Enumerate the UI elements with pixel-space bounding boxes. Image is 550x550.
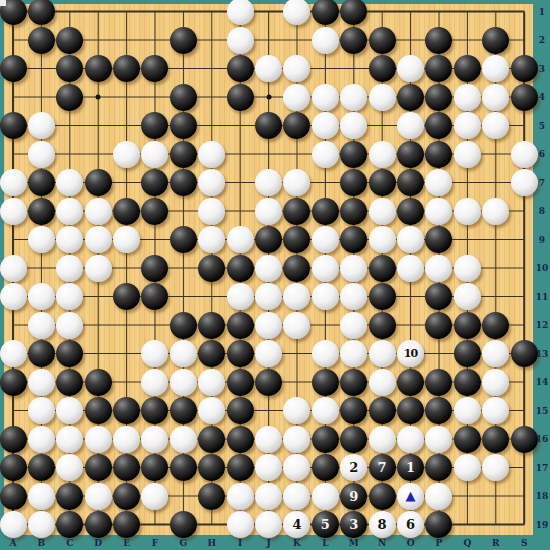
black-stone-E17[interactable] <box>113 454 140 481</box>
white-stone-C16[interactable] <box>56 426 83 453</box>
white-stone-N19[interactable]: 8 <box>369 511 396 538</box>
black-stone-N3[interactable] <box>369 55 396 82</box>
white-stone-L4[interactable] <box>312 84 339 111</box>
white-stone-R17[interactable] <box>482 454 509 481</box>
white-stone-M13[interactable] <box>340 340 367 367</box>
white-stone-L18[interactable] <box>312 483 339 510</box>
white-stone-J12[interactable] <box>255 312 282 339</box>
black-stone-F15[interactable] <box>141 397 168 424</box>
black-stone-N12[interactable] <box>369 312 396 339</box>
black-stone-K10[interactable] <box>283 255 310 282</box>
white-stone-L11[interactable] <box>312 283 339 310</box>
black-stone-E11[interactable] <box>113 283 140 310</box>
intersection-I16 <box>226 425 254 454</box>
intersection-O8 <box>396 197 424 226</box>
intersection-O17: 1 <box>396 453 424 482</box>
black-stone-D17[interactable] <box>85 454 112 481</box>
black-stone-H17[interactable] <box>198 454 225 481</box>
black-stone-F5[interactable] <box>141 112 168 139</box>
white-stone-K19[interactable]: 4 <box>283 511 310 538</box>
white-stone-B5[interactable] <box>28 112 55 139</box>
white-stone-O13[interactable]: 10 <box>397 340 424 367</box>
white-stone-A8[interactable] <box>0 198 27 225</box>
white-stone-K1[interactable] <box>283 0 310 25</box>
black-stone-C13[interactable] <box>56 340 83 367</box>
intersection-N10 <box>368 254 396 283</box>
white-stone-M11[interactable] <box>340 283 367 310</box>
intersection-H15 <box>198 396 226 425</box>
black-stone-S16[interactable] <box>511 426 538 453</box>
black-stone-C3[interactable] <box>56 55 83 82</box>
black-stone-O15[interactable] <box>397 397 424 424</box>
black-stone-I16[interactable] <box>227 426 254 453</box>
white-stone-Q5[interactable] <box>454 112 481 139</box>
black-stone-H10[interactable] <box>198 255 225 282</box>
white-stone-B18[interactable] <box>28 483 55 510</box>
white-stone-E9[interactable] <box>113 226 140 253</box>
move-number-label: 2 <box>349 461 358 474</box>
black-stone-C19[interactable] <box>56 511 83 538</box>
black-stone-C2[interactable] <box>56 27 83 54</box>
black-stone-H12[interactable] <box>198 312 225 339</box>
white-stone-K16[interactable] <box>283 426 310 453</box>
white-stone-H7[interactable] <box>198 169 225 196</box>
intersection-B8 <box>27 197 55 226</box>
black-stone-Q14[interactable] <box>454 369 481 396</box>
white-stone-C15[interactable] <box>56 397 83 424</box>
black-stone-E3[interactable] <box>113 55 140 82</box>
white-stone-C12[interactable] <box>56 312 83 339</box>
black-stone-G15[interactable] <box>170 397 197 424</box>
white-stone-Q8[interactable] <box>454 198 481 225</box>
white-stone-P16[interactable] <box>425 426 452 453</box>
white-stone-B12[interactable] <box>28 312 55 339</box>
black-stone-G17[interactable] <box>170 454 197 481</box>
white-stone-P10[interactable] <box>425 255 452 282</box>
black-stone-P17[interactable] <box>425 454 452 481</box>
stones-grid: 102719▲45386 <box>0 0 538 539</box>
white-stone-O10[interactable] <box>397 255 424 282</box>
intersection-G12 <box>169 311 197 340</box>
white-stone-G13[interactable] <box>170 340 197 367</box>
black-stone-P6[interactable] <box>425 141 452 168</box>
black-stone-I17[interactable] <box>227 454 254 481</box>
intersection-O10 <box>396 254 424 283</box>
white-stone-S7[interactable] <box>511 169 538 196</box>
white-stone-A19[interactable] <box>0 511 27 538</box>
black-stone-M8[interactable] <box>340 198 367 225</box>
white-stone-L5[interactable] <box>312 112 339 139</box>
white-stone-I11[interactable] <box>227 283 254 310</box>
white-stone-J18[interactable] <box>255 483 282 510</box>
white-stone-I2[interactable] <box>227 27 254 54</box>
black-stone-B8[interactable] <box>28 198 55 225</box>
white-stone-I1[interactable] <box>227 0 254 25</box>
black-stone-G19[interactable] <box>170 511 197 538</box>
white-stone-J19[interactable] <box>255 511 282 538</box>
white-stone-Q17[interactable] <box>454 454 481 481</box>
white-stone-R5[interactable] <box>482 112 509 139</box>
white-stone-K18[interactable] <box>283 483 310 510</box>
black-stone-M9[interactable] <box>340 226 367 253</box>
white-stone-R14[interactable] <box>482 369 509 396</box>
white-stone-M4[interactable] <box>340 84 367 111</box>
intersection-R2 <box>481 26 509 55</box>
white-stone-B16[interactable] <box>28 426 55 453</box>
black-stone-E18[interactable] <box>113 483 140 510</box>
black-stone-K8[interactable] <box>283 198 310 225</box>
white-stone-Q11[interactable] <box>454 283 481 310</box>
white-stone-O16[interactable] <box>397 426 424 453</box>
black-stone-A5[interactable] <box>0 112 27 139</box>
white-stone-F18[interactable] <box>141 483 168 510</box>
white-stone-N6[interactable] <box>369 141 396 168</box>
white-stone-R8[interactable] <box>482 198 509 225</box>
black-stone-I14[interactable] <box>227 369 254 396</box>
white-stone-R4[interactable] <box>482 84 509 111</box>
black-stone-O6[interactable] <box>397 141 424 168</box>
white-stone-O19[interactable]: 6 <box>397 511 424 538</box>
intersection-H13 <box>198 339 226 368</box>
row-label-7: 7 <box>539 178 545 188</box>
white-stone-E16[interactable] <box>113 426 140 453</box>
black-stone-B7[interactable] <box>28 169 55 196</box>
black-stone-L19[interactable]: 5 <box>312 511 339 538</box>
intersection-N15 <box>368 396 396 425</box>
intersection-G5 <box>169 111 197 140</box>
black-stone-P12[interactable] <box>425 312 452 339</box>
intersection-M13 <box>340 339 368 368</box>
white-stone-B19[interactable] <box>28 511 55 538</box>
goban[interactable]: 102719▲45386 <box>4 4 533 535</box>
white-stone-E6[interactable] <box>113 141 140 168</box>
white-stone-H14[interactable] <box>198 369 225 396</box>
white-stone-K3[interactable] <box>283 55 310 82</box>
black-stone-I13[interactable] <box>227 340 254 367</box>
black-stone-N11[interactable] <box>369 283 396 310</box>
black-stone-C18[interactable] <box>56 483 83 510</box>
black-stone-M19[interactable]: 3 <box>340 511 367 538</box>
black-stone-N10[interactable] <box>369 255 396 282</box>
white-stone-M12[interactable] <box>340 312 367 339</box>
white-stone-H9[interactable] <box>198 226 225 253</box>
black-stone-O14[interactable] <box>397 369 424 396</box>
black-stone-E15[interactable] <box>113 397 140 424</box>
black-stone-O7[interactable] <box>397 169 424 196</box>
black-stone-B17[interactable] <box>28 454 55 481</box>
white-stone-A10[interactable] <box>0 255 27 282</box>
white-stone-O9[interactable] <box>397 226 424 253</box>
white-stone-C8[interactable] <box>56 198 83 225</box>
white-stone-Q10[interactable] <box>454 255 481 282</box>
white-stone-C11[interactable] <box>56 283 83 310</box>
white-stone-C9[interactable] <box>56 226 83 253</box>
black-stone-A16[interactable] <box>0 426 27 453</box>
white-stone-C10[interactable] <box>56 255 83 282</box>
white-stone-L10[interactable] <box>312 255 339 282</box>
black-stone-P19[interactable] <box>425 511 452 538</box>
black-stone-P2[interactable] <box>425 27 452 54</box>
white-stone-Q15[interactable] <box>454 397 481 424</box>
black-stone-R16[interactable] <box>482 426 509 453</box>
black-stone-R2[interactable] <box>482 27 509 54</box>
intersection-Q15 <box>453 396 481 425</box>
black-stone-N2[interactable] <box>369 27 396 54</box>
intersection-N4 <box>368 83 396 112</box>
black-stone-P15[interactable] <box>425 397 452 424</box>
black-stone-M6[interactable] <box>340 141 367 168</box>
white-stone-L2[interactable] <box>312 27 339 54</box>
black-stone-J9[interactable] <box>255 226 282 253</box>
white-stone-J13[interactable] <box>255 340 282 367</box>
black-stone-O8[interactable] <box>397 198 424 225</box>
white-stone-B14[interactable] <box>28 369 55 396</box>
black-stone-B1[interactable] <box>28 0 55 25</box>
black-stone-R12[interactable] <box>482 312 509 339</box>
black-stone-G4[interactable] <box>170 84 197 111</box>
black-stone-P3[interactable] <box>425 55 452 82</box>
intersection-A17 <box>0 453 27 482</box>
white-stone-B9[interactable] <box>28 226 55 253</box>
white-stone-B11[interactable] <box>28 283 55 310</box>
white-stone-M10[interactable] <box>340 255 367 282</box>
white-stone-P8[interactable] <box>425 198 452 225</box>
white-stone-K12[interactable] <box>283 312 310 339</box>
white-stone-M5[interactable] <box>340 112 367 139</box>
white-stone-M17[interactable]: 2 <box>340 454 367 481</box>
intersection-I13 <box>226 339 254 368</box>
black-stone-I10[interactable] <box>227 255 254 282</box>
black-stone-D7[interactable] <box>85 169 112 196</box>
white-stone-F16[interactable] <box>141 426 168 453</box>
white-stone-N14[interactable] <box>369 369 396 396</box>
black-stone-M18[interactable]: 9 <box>340 483 367 510</box>
black-stone-D3[interactable] <box>85 55 112 82</box>
black-stone-Q12[interactable] <box>454 312 481 339</box>
white-stone-F14[interactable] <box>141 369 168 396</box>
black-stone-Q16[interactable] <box>454 426 481 453</box>
board-frame: 102719▲45386 ABCDEFGHIJKLMNOPQRS 1234567… <box>0 0 550 550</box>
white-stone-H8[interactable] <box>198 198 225 225</box>
white-stone-Q6[interactable] <box>454 141 481 168</box>
white-stone-L13[interactable] <box>312 340 339 367</box>
black-stone-D15[interactable] <box>85 397 112 424</box>
intersection-B2 <box>27 26 55 55</box>
black-stone-L1[interactable] <box>312 0 339 25</box>
intersection-H9 <box>198 225 226 254</box>
white-stone-R13[interactable] <box>482 340 509 367</box>
black-stone-A3[interactable] <box>0 55 27 82</box>
white-stone-J16[interactable] <box>255 426 282 453</box>
white-stone-F13[interactable] <box>141 340 168 367</box>
white-stone-O5[interactable] <box>397 112 424 139</box>
white-stone-A11[interactable] <box>0 283 27 310</box>
intersection-M15 <box>340 396 368 425</box>
white-stone-P18[interactable] <box>425 483 452 510</box>
black-stone-S4[interactable] <box>511 84 538 111</box>
white-stone-R3[interactable] <box>482 55 509 82</box>
intersection-N12 <box>368 311 396 340</box>
black-stone-B13[interactable] <box>28 340 55 367</box>
black-stone-A18[interactable] <box>0 483 27 510</box>
intersection-G16 <box>169 425 197 454</box>
white-stone-C7[interactable] <box>56 169 83 196</box>
intersection-L17 <box>311 453 339 482</box>
intersection-K1 <box>283 0 311 26</box>
white-stone-A13[interactable] <box>0 340 27 367</box>
black-stone-P5[interactable] <box>425 112 452 139</box>
white-stone-C17[interactable] <box>56 454 83 481</box>
white-stone-I18[interactable] <box>227 483 254 510</box>
black-stone-L8[interactable] <box>312 198 339 225</box>
black-stone-B2[interactable] <box>28 27 55 54</box>
black-stone-M16[interactable] <box>340 426 367 453</box>
white-stone-D8[interactable] <box>85 198 112 225</box>
black-stone-I15[interactable] <box>227 397 254 424</box>
white-stone-L6[interactable] <box>312 141 339 168</box>
white-stone-J3[interactable] <box>255 55 282 82</box>
black-stone-O4[interactable] <box>397 84 424 111</box>
black-stone-K5[interactable] <box>283 112 310 139</box>
black-stone-L16[interactable] <box>312 426 339 453</box>
white-stone-D10[interactable] <box>85 255 112 282</box>
black-stone-K9[interactable] <box>283 226 310 253</box>
column-label-N: N <box>378 538 386 548</box>
black-stone-N17[interactable]: 7 <box>369 454 396 481</box>
black-stone-J5[interactable] <box>255 112 282 139</box>
black-stone-F8[interactable] <box>141 198 168 225</box>
white-stone-K11[interactable] <box>283 283 310 310</box>
black-stone-P11[interactable] <box>425 283 452 310</box>
black-stone-I3[interactable] <box>227 55 254 82</box>
black-stone-P14[interactable] <box>425 369 452 396</box>
black-stone-H13[interactable] <box>198 340 225 367</box>
black-stone-P9[interactable] <box>425 226 452 253</box>
column-label-E: E <box>123 538 130 548</box>
white-stone-Q4[interactable] <box>454 84 481 111</box>
black-stone-S3[interactable] <box>511 55 538 82</box>
white-stone-N16[interactable] <box>369 426 396 453</box>
white-stone-H6[interactable] <box>198 141 225 168</box>
white-stone-N4[interactable] <box>369 84 396 111</box>
white-stone-G14[interactable] <box>170 369 197 396</box>
black-stone-Q3[interactable] <box>454 55 481 82</box>
intersection-L16 <box>311 425 339 454</box>
white-stone-K7[interactable] <box>283 169 310 196</box>
white-stone-J7[interactable] <box>255 169 282 196</box>
black-stone-N18[interactable] <box>369 483 396 510</box>
white-stone-J10[interactable] <box>255 255 282 282</box>
white-stone-D9[interactable] <box>85 226 112 253</box>
black-stone-F17[interactable] <box>141 454 168 481</box>
white-stone-B6[interactable] <box>28 141 55 168</box>
black-stone-M1[interactable] <box>340 0 367 25</box>
black-stone-F10[interactable] <box>141 255 168 282</box>
black-stone-A14[interactable] <box>0 369 27 396</box>
black-stone-G5[interactable] <box>170 112 197 139</box>
black-stone-N15[interactable] <box>369 397 396 424</box>
intersection-Q6 <box>453 140 481 169</box>
white-stone-J11[interactable] <box>255 283 282 310</box>
white-stone-K17[interactable] <box>283 454 310 481</box>
black-stone-F7[interactable] <box>141 169 168 196</box>
intersection-L5 <box>311 111 339 140</box>
white-stone-J8[interactable] <box>255 198 282 225</box>
white-stone-K15[interactable] <box>283 397 310 424</box>
black-stone-C4[interactable] <box>56 84 83 111</box>
black-stone-G2[interactable] <box>170 27 197 54</box>
black-stone-M7[interactable] <box>340 169 367 196</box>
white-stone-N8[interactable] <box>369 198 396 225</box>
black-stone-L17[interactable] <box>312 454 339 481</box>
black-stone-Q13[interactable] <box>454 340 481 367</box>
black-stone-D14[interactable] <box>85 369 112 396</box>
white-stone-L9[interactable] <box>312 226 339 253</box>
white-stone-N13[interactable] <box>369 340 396 367</box>
white-stone-R15[interactable] <box>482 397 509 424</box>
black-stone-N7[interactable] <box>369 169 396 196</box>
black-stone-C14[interactable] <box>56 369 83 396</box>
black-stone-S13[interactable] <box>511 340 538 367</box>
intersection-I19 <box>226 510 254 539</box>
white-stone-J17[interactable] <box>255 454 282 481</box>
white-stone-B15[interactable] <box>28 397 55 424</box>
intersection-H17 <box>198 453 226 482</box>
white-stone-O18[interactable]: ▲ <box>397 483 424 510</box>
black-stone-E8[interactable] <box>113 198 140 225</box>
column-label-B: B <box>38 538 46 548</box>
black-stone-G7[interactable] <box>170 169 197 196</box>
black-stone-G12[interactable] <box>170 312 197 339</box>
black-stone-L14[interactable] <box>312 369 339 396</box>
black-stone-I4[interactable] <box>227 84 254 111</box>
black-stone-F11[interactable] <box>141 283 168 310</box>
black-stone-G9[interactable] <box>170 226 197 253</box>
black-stone-I12[interactable] <box>227 312 254 339</box>
black-stone-H18[interactable] <box>198 483 225 510</box>
white-stone-G16[interactable] <box>170 426 197 453</box>
black-stone-M2[interactable] <box>340 27 367 54</box>
white-stone-L15[interactable] <box>312 397 339 424</box>
black-stone-H16[interactable] <box>198 426 225 453</box>
white-stone-F6[interactable] <box>141 141 168 168</box>
black-stone-J14[interactable] <box>255 369 282 396</box>
black-stone-E19[interactable] <box>113 511 140 538</box>
black-stone-M14[interactable] <box>340 369 367 396</box>
black-stone-O17[interactable]: 1 <box>397 454 424 481</box>
white-stone-H15[interactable] <box>198 397 225 424</box>
black-stone-P4[interactable] <box>425 84 452 111</box>
white-stone-P7[interactable] <box>425 169 452 196</box>
black-stone-D19[interactable] <box>85 511 112 538</box>
white-stone-A7[interactable] <box>0 169 27 196</box>
black-stone-G6[interactable] <box>170 141 197 168</box>
white-stone-D18[interactable] <box>85 483 112 510</box>
intersection-E19 <box>112 510 140 539</box>
white-stone-N9[interactable] <box>369 226 396 253</box>
white-stone-S6[interactable] <box>511 141 538 168</box>
white-stone-D16[interactable] <box>85 426 112 453</box>
black-stone-F3[interactable] <box>141 55 168 82</box>
white-stone-I19[interactable] <box>227 511 254 538</box>
intersection-M11 <box>340 282 368 311</box>
white-stone-I9[interactable] <box>227 226 254 253</box>
black-stone-A17[interactable] <box>0 454 27 481</box>
white-stone-O3[interactable] <box>397 55 424 82</box>
black-stone-M15[interactable] <box>340 397 367 424</box>
intersection-F17 <box>141 453 169 482</box>
white-stone-K4[interactable] <box>283 84 310 111</box>
